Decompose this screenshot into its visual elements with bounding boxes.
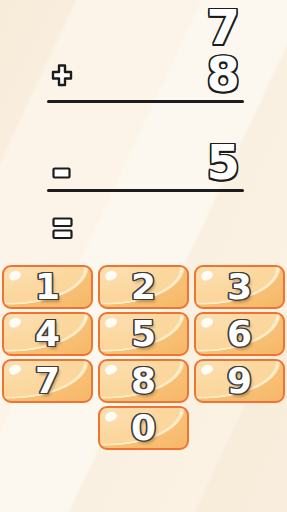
key-2-label: 2	[131, 269, 156, 305]
key-1-label: 1	[35, 269, 60, 305]
key-7-button[interactable]: 7	[2, 359, 93, 403]
key-9-button[interactable]: 9	[194, 359, 285, 403]
key-8-button[interactable]: 8	[98, 359, 189, 403]
key-0-label: 0	[131, 410, 156, 446]
key-3-button[interactable]: 3	[194, 265, 285, 309]
operand-row3: 5	[207, 138, 240, 186]
key-4-label: 4	[35, 316, 60, 352]
key-4-button[interactable]: 4	[2, 312, 93, 356]
sum-line-2	[47, 189, 244, 192]
operand-row2: 8	[207, 50, 240, 98]
plus-icon	[51, 63, 73, 91]
key-5-label: 5	[131, 316, 156, 352]
key-6-label: 6	[227, 316, 252, 352]
key-0-button[interactable]: 0	[98, 406, 189, 450]
key-7-label: 7	[35, 363, 60, 399]
equals-icon	[52, 217, 74, 244]
key-3-label: 3	[227, 269, 252, 305]
minus-icon	[52, 164, 71, 183]
key-8-label: 8	[131, 363, 156, 399]
sum-line-1	[47, 100, 244, 103]
key-5-button[interactable]: 5	[98, 312, 189, 356]
operand-row1: 7	[207, 3, 240, 51]
calculator-game-screen: 7 8 5 1234567890	[0, 0, 287, 512]
key-6-button[interactable]: 6	[194, 312, 285, 356]
key-2-button[interactable]: 2	[98, 265, 189, 309]
key-1-button[interactable]: 1	[2, 265, 93, 309]
key-9-label: 9	[227, 363, 252, 399]
